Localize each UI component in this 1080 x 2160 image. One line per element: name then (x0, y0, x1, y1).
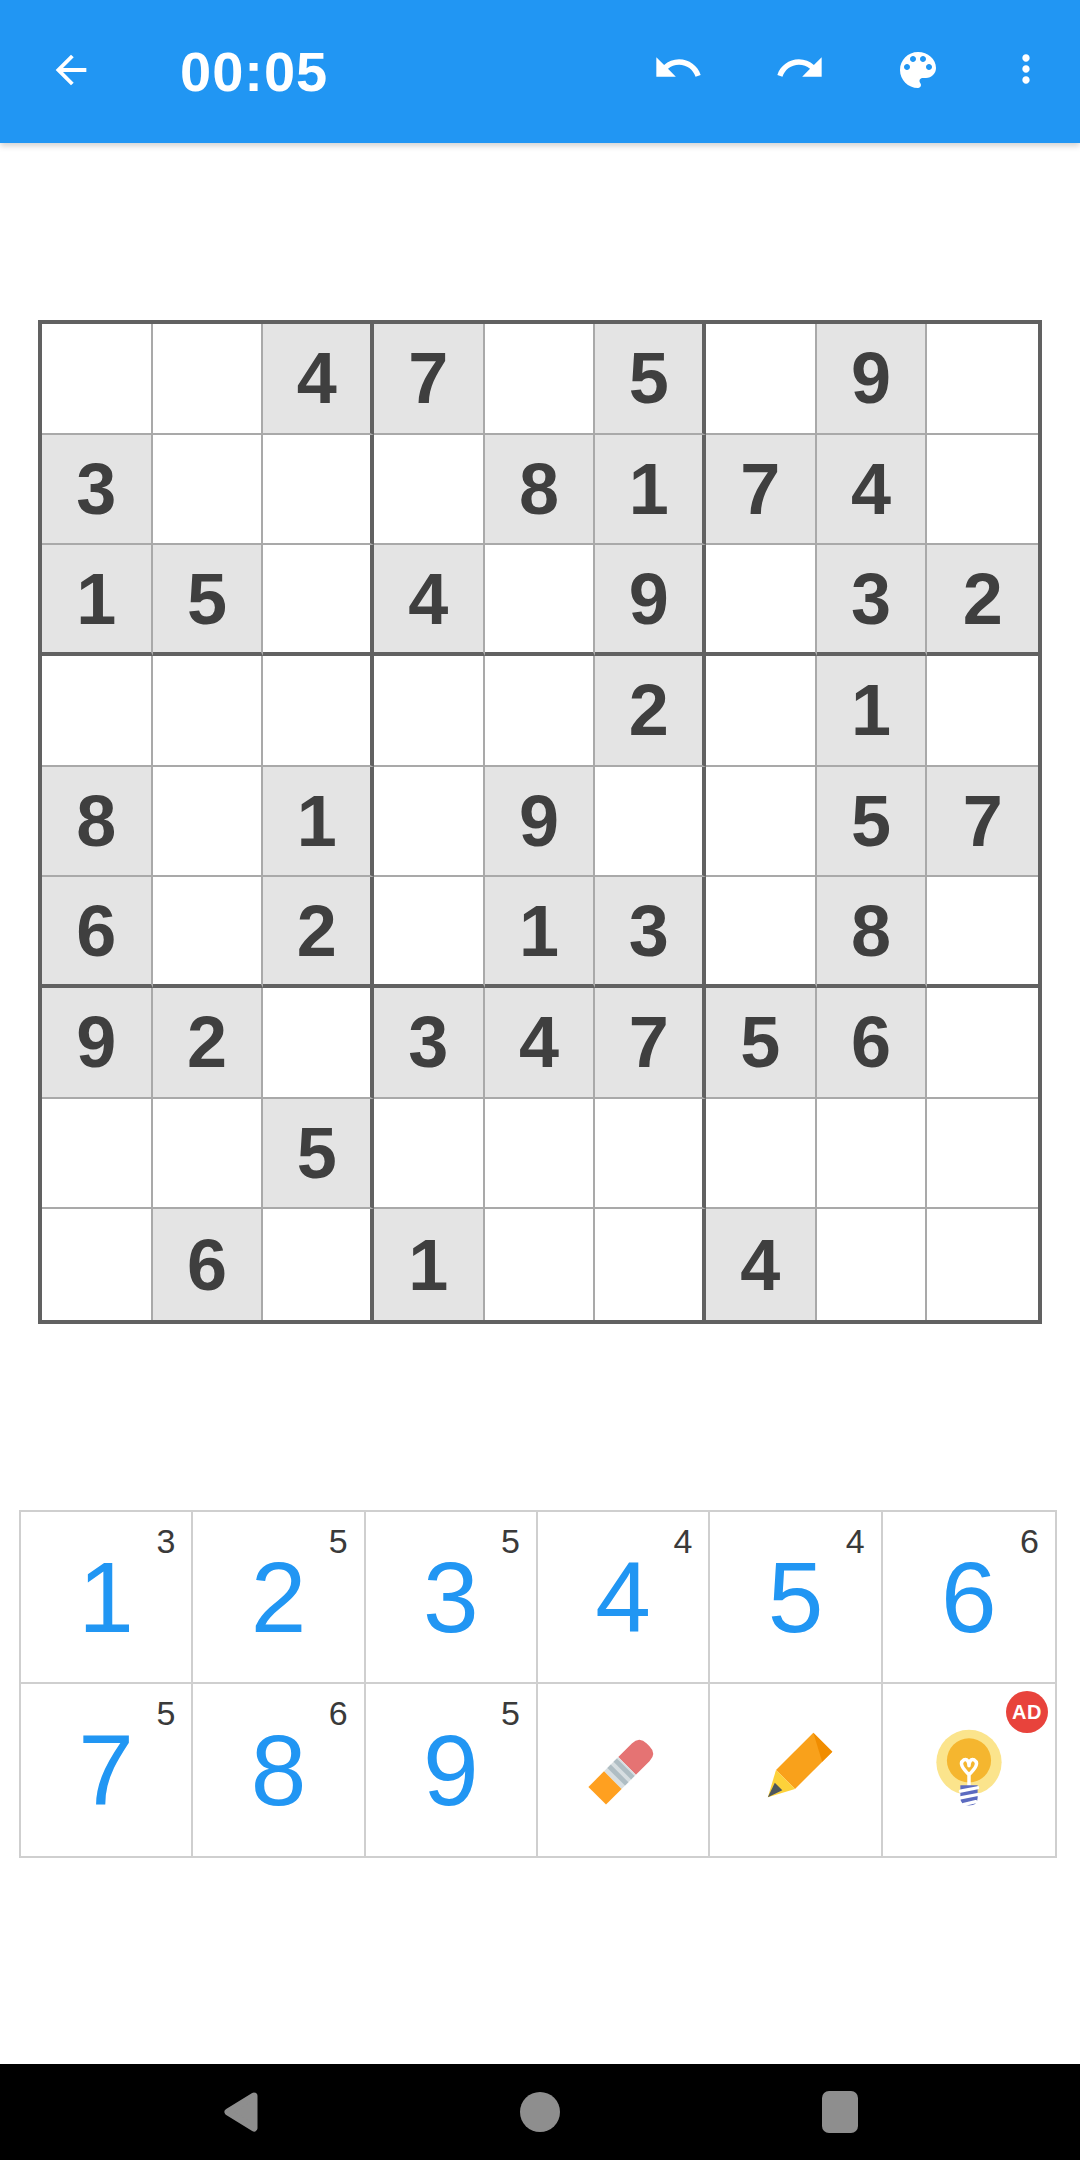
board-cell-r1c2[interactable] (153, 324, 264, 435)
board-cell-r3c3[interactable] (263, 545, 374, 656)
nav-home-icon[interactable] (518, 2090, 562, 2134)
hint-button[interactable]: AD (883, 1684, 1055, 1856)
board-cell-r9c8[interactable] (817, 1209, 928, 1320)
board-cell-r7c6[interactable]: 7 (595, 988, 706, 1099)
board-cell-r5c4[interactable] (374, 767, 485, 878)
numpad-key-7[interactable]: 5 7 (21, 1684, 193, 1856)
remaining-count: 5 (501, 1522, 520, 1561)
board-cell-r3c7[interactable] (706, 545, 817, 656)
board-cell-r5c6[interactable] (595, 767, 706, 878)
board-cell-r5c1[interactable]: 8 (42, 767, 153, 878)
board-cell-r7c3[interactable] (263, 988, 374, 1099)
board-cell-r6c5[interactable]: 1 (485, 877, 596, 988)
redo-icon[interactable] (774, 42, 826, 94)
board-cell-r9c7[interactable]: 4 (706, 1209, 817, 1320)
number-pad: 3 1 5 2 5 3 4 4 4 5 6 6 5 7 6 8 (19, 1510, 1057, 1858)
board-cell-r4c9[interactable] (927, 656, 1038, 767)
board-cell-r1c9[interactable] (927, 324, 1038, 435)
board-cell-r5c9[interactable]: 7 (927, 767, 1038, 878)
board-cell-r5c5[interactable]: 9 (485, 767, 596, 878)
board-cell-r6c4[interactable] (374, 877, 485, 988)
board-cell-r3c9[interactable]: 2 (927, 545, 1038, 656)
board-cell-r7c9[interactable] (927, 988, 1038, 1099)
board-cell-r3c2[interactable]: 5 (153, 545, 264, 656)
board-cell-r1c7[interactable] (706, 324, 817, 435)
board-cell-r2c7[interactable]: 7 (706, 435, 817, 546)
board-cell-r4c5[interactable] (485, 656, 596, 767)
board-cell-r4c7[interactable] (706, 656, 817, 767)
board-cell-r6c9[interactable] (927, 877, 1038, 988)
board-cell-r1c6[interactable]: 5 (595, 324, 706, 435)
back-arrow-icon[interactable] (48, 47, 94, 93)
remaining-count: 4 (673, 1522, 692, 1561)
remaining-count: 6 (329, 1694, 348, 1733)
board-cell-r2c9[interactable] (927, 435, 1038, 546)
game-timer: 00:05 (180, 0, 328, 143)
board-cell-r8c6[interactable] (595, 1099, 706, 1210)
numpad-key-8[interactable]: 6 8 (193, 1684, 365, 1856)
board-cell-r8c8[interactable] (817, 1099, 928, 1210)
board-cell-r2c2[interactable] (153, 435, 264, 546)
board-cell-r3c8[interactable]: 3 (817, 545, 928, 656)
numpad-key-2[interactable]: 5 2 (193, 1512, 365, 1684)
board-cell-r9c6[interactable] (595, 1209, 706, 1320)
board-cell-r8c7[interactable] (706, 1099, 817, 1210)
overflow-menu-icon[interactable] (1004, 47, 1048, 91)
undo-icon[interactable] (652, 42, 704, 94)
board-cell-r6c1[interactable]: 6 (42, 877, 153, 988)
nav-back-icon[interactable] (218, 2090, 262, 2134)
pencil-icon (747, 1722, 843, 1818)
board-cell-r6c2[interactable] (153, 877, 264, 988)
board-cell-r2c5[interactable]: 8 (485, 435, 596, 546)
board-cell-r8c1[interactable] (42, 1099, 153, 1210)
board-cell-r7c5[interactable]: 4 (485, 988, 596, 1099)
board-cell-r3c5[interactable] (485, 545, 596, 656)
remaining-count: 4 (846, 1522, 865, 1561)
board-cell-r9c5[interactable] (485, 1209, 596, 1320)
board-cell-r1c4[interactable]: 7 (374, 324, 485, 435)
board-cell-r6c8[interactable]: 8 (817, 877, 928, 988)
numpad-key-3[interactable]: 5 3 (366, 1512, 538, 1684)
board-cell-r4c1[interactable] (42, 656, 153, 767)
board-cell-r1c1[interactable] (42, 324, 153, 435)
board-cell-r5c8[interactable]: 5 (817, 767, 928, 878)
board-cell-r7c4[interactable]: 3 (374, 988, 485, 1099)
board-cell-r7c7[interactable]: 5 (706, 988, 817, 1099)
board-cell-r2c1[interactable]: 3 (42, 435, 153, 546)
board-cell-r9c3[interactable] (263, 1209, 374, 1320)
board-cell-r9c1[interactable] (42, 1209, 153, 1320)
board-cell-r1c8[interactable]: 9 (817, 324, 928, 435)
board-cell-r2c3[interactable] (263, 435, 374, 546)
board-cell-r2c8[interactable]: 4 (817, 435, 928, 546)
numpad-key-9[interactable]: 5 9 (366, 1684, 538, 1856)
board-cell-r7c2[interactable]: 2 (153, 988, 264, 1099)
nav-recents-icon[interactable] (818, 2090, 862, 2134)
board-cell-r7c1[interactable]: 9 (42, 988, 153, 1099)
board-cell-r8c3[interactable]: 5 (263, 1099, 374, 1210)
board-cell-r8c5[interactable] (485, 1099, 596, 1210)
eraser-button[interactable] (538, 1684, 710, 1856)
board-cell-r6c6[interactable]: 3 (595, 877, 706, 988)
board-cell-r2c6[interactable]: 1 (595, 435, 706, 546)
board-cell-r2c4[interactable] (374, 435, 485, 546)
palette-icon[interactable] (894, 46, 942, 94)
android-nav-bar (0, 2064, 1080, 2160)
ad-badge: AD (1006, 1691, 1048, 1733)
board-cell-r5c7[interactable] (706, 767, 817, 878)
numpad-key-4[interactable]: 4 4 (538, 1512, 710, 1684)
board-cell-r9c4[interactable]: 1 (374, 1209, 485, 1320)
board-cell-r8c4[interactable] (374, 1099, 485, 1210)
sudoku-board: 47593817415493221819576213892347565614 (38, 320, 1042, 1324)
board-cell-r5c2[interactable] (153, 767, 264, 878)
board-cell-r3c6[interactable]: 9 (595, 545, 706, 656)
numpad-key-6[interactable]: 6 6 (883, 1512, 1055, 1684)
board-cell-r1c5[interactable] (485, 324, 596, 435)
board-cell-r4c6[interactable]: 2 (595, 656, 706, 767)
eraser-icon (575, 1722, 671, 1818)
board-cell-r8c9[interactable] (927, 1099, 1038, 1210)
board-cell-r9c9[interactable] (927, 1209, 1038, 1320)
board-cell-r4c8[interactable]: 1 (817, 656, 928, 767)
board-cell-r4c4[interactable] (374, 656, 485, 767)
remaining-count: 5 (329, 1522, 348, 1561)
board-cell-r9c2[interactable]: 6 (153, 1209, 264, 1320)
board-cell-r3c4[interactable]: 4 (374, 545, 485, 656)
board-cell-r4c3[interactable] (263, 656, 374, 767)
board-cell-r1c3[interactable]: 4 (263, 324, 374, 435)
numpad-key-1[interactable]: 3 1 (21, 1512, 193, 1684)
app-bar: 00:05 (0, 0, 1080, 143)
board-cell-r5c3[interactable]: 1 (263, 767, 374, 878)
remaining-count: 3 (156, 1522, 175, 1561)
pencil-button[interactable] (710, 1684, 882, 1856)
board-cell-r8c2[interactable] (153, 1099, 264, 1210)
numpad-key-5[interactable]: 4 5 (710, 1512, 882, 1684)
remaining-count: 5 (156, 1694, 175, 1733)
sudoku-app-screen: 00:05 4759381741549322181957621389234756… (0, 0, 1080, 2160)
board-cell-r4c2[interactable] (153, 656, 264, 767)
remaining-count: 5 (501, 1694, 520, 1733)
lightbulb-icon (921, 1722, 1017, 1818)
board-cell-r6c3[interactable]: 2 (263, 877, 374, 988)
board-cell-r6c7[interactable] (706, 877, 817, 988)
board-cell-r3c1[interactable]: 1 (42, 545, 153, 656)
remaining-count: 6 (1020, 1522, 1039, 1561)
board-cell-r7c8[interactable]: 6 (817, 988, 928, 1099)
